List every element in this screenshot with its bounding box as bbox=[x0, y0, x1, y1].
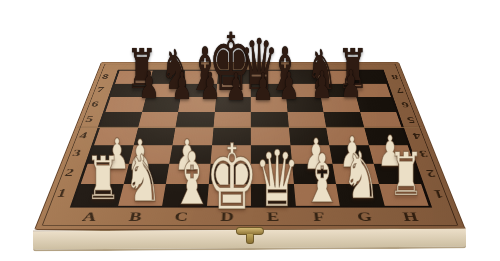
file-label-h: H bbox=[385, 208, 436, 226]
rank-label-8: 8 bbox=[96, 71, 115, 84]
piece-white-queen-e1[interactable]: ♛ bbox=[254, 140, 300, 218]
piece-white-knight-g1[interactable]: ♞ bbox=[342, 143, 380, 208]
piece-white-rook-a1[interactable]: ♜ bbox=[85, 148, 120, 208]
rank-label-5: 5 bbox=[78, 112, 100, 128]
piece-white-rook-h1[interactable]: ♜ bbox=[388, 144, 423, 204]
rank-label-4: 4 bbox=[72, 128, 95, 145]
rank-label-6: 6 bbox=[84, 97, 105, 112]
square-b5[interactable] bbox=[138, 112, 178, 128]
rank-label-7: 7 bbox=[90, 83, 110, 97]
piece-white-bishop-f1[interactable]: ♝ bbox=[302, 144, 342, 212]
piece-white-king-d1[interactable]: ♚ bbox=[205, 132, 258, 223]
piece-white-knight-b1[interactable]: ♞ bbox=[124, 146, 162, 211]
square-a5[interactable] bbox=[100, 112, 142, 128]
piece-black-pawn-f7[interactable]: ♟ bbox=[279, 67, 300, 105]
square-f5[interactable] bbox=[287, 112, 326, 128]
piece-black-pawn-e7[interactable]: ♟ bbox=[253, 68, 274, 106]
piece-black-pawn-a7[interactable]: ♟ bbox=[139, 66, 160, 104]
piece-black-pawn-d7[interactable]: ♟ bbox=[226, 68, 247, 106]
piece-black-pawn-c7[interactable]: ♟ bbox=[200, 67, 221, 105]
piece-black-pawn-h7[interactable]: ♟ bbox=[341, 65, 362, 103]
rank-label-8: 8 bbox=[385, 71, 404, 84]
box-front-edge bbox=[33, 227, 466, 251]
rank-label-7: 7 bbox=[390, 83, 410, 97]
rank-label-2: 2 bbox=[57, 163, 82, 183]
chess-set-photo: 12345678 12345678 ABCDEFGH ♜♞♝♚♛♝♞♜♟♟♟♟♟… bbox=[0, 0, 500, 261]
piece-black-pawn-b7[interactable]: ♟ bbox=[172, 67, 193, 105]
piece-black-pawn-g7[interactable]: ♟ bbox=[312, 66, 333, 104]
clasp-tongue bbox=[245, 234, 253, 244]
